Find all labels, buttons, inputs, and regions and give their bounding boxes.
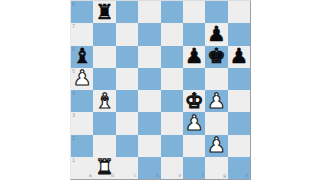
piece-black-bishop[interactable]: ♝: [73, 46, 92, 67]
square-a7[interactable]: 7: [71, 23, 93, 45]
piece-white-pawn[interactable]: ♟: [73, 68, 92, 89]
square-c6[interactable]: [116, 46, 138, 68]
file-label: h: [245, 173, 248, 178]
square-d2[interactable]: [138, 135, 160, 157]
square-b3[interactable]: [93, 112, 115, 134]
square-g1[interactable]: g: [205, 157, 227, 179]
square-a3[interactable]: 3: [71, 112, 93, 134]
square-e7[interactable]: [161, 23, 183, 45]
square-d5[interactable]: [138, 68, 160, 90]
square-f8[interactable]: [183, 1, 205, 23]
rank-label: 1: [72, 158, 75, 163]
file-label: a: [89, 173, 92, 178]
piece-black-pawn[interactable]: ♟: [185, 46, 204, 67]
square-h1[interactable]: h: [228, 157, 250, 179]
square-a6[interactable]: ♝6: [71, 46, 93, 68]
square-e6[interactable]: [161, 46, 183, 68]
piece-white-bishop[interactable]: ♝: [95, 90, 114, 111]
square-a5[interactable]: ♟5: [71, 68, 93, 90]
square-g7[interactable]: ♟: [205, 23, 227, 45]
square-g8[interactable]: [205, 1, 227, 23]
square-h2[interactable]: [228, 135, 250, 157]
square-b8[interactable]: ♜: [93, 1, 115, 23]
square-f7[interactable]: [183, 23, 205, 45]
piece-white-pawn[interactable]: ♟: [207, 135, 226, 156]
square-h4[interactable]: [228, 90, 250, 112]
square-f1[interactable]: f: [183, 157, 205, 179]
square-e8[interactable]: [161, 1, 183, 23]
square-d7[interactable]: [138, 23, 160, 45]
file-label: c: [134, 173, 137, 178]
piece-white-pawn[interactable]: ♟: [185, 112, 204, 133]
square-g2[interactable]: ♟: [205, 135, 227, 157]
square-c2[interactable]: [116, 135, 138, 157]
square-g4[interactable]: ♟: [205, 90, 227, 112]
square-a8[interactable]: 8: [71, 1, 93, 23]
rank-label: 4: [72, 91, 75, 96]
piece-black-pawn[interactable]: ♟: [229, 46, 248, 67]
square-a1[interactable]: 1a: [71, 157, 93, 179]
square-b4[interactable]: ♝: [93, 90, 115, 112]
square-e5[interactable]: [161, 68, 183, 90]
piece-white-rook[interactable]: ♜: [95, 157, 114, 178]
piece-black-rook[interactable]: ♜: [95, 1, 114, 22]
piece-white-king[interactable]: ♚: [185, 90, 204, 111]
rank-label: 2: [72, 136, 75, 141]
square-c5[interactable]: [116, 68, 138, 90]
rank-label: 7: [72, 24, 75, 29]
rank-label: 3: [72, 113, 75, 118]
screenshot-canvas: 8♜7♟♝6♟♚♟♟54♝♚♟3♟2♟1a♜bcdefgh: [0, 0, 320, 180]
file-label: d: [156, 173, 159, 178]
square-c4[interactable]: [116, 90, 138, 112]
square-g5[interactable]: [205, 68, 227, 90]
square-f5[interactable]: [183, 68, 205, 90]
square-g3[interactable]: [205, 112, 227, 134]
square-b5[interactable]: [93, 68, 115, 90]
square-h3[interactable]: [228, 112, 250, 134]
square-b7[interactable]: [93, 23, 115, 45]
rank-label: 8: [72, 2, 75, 7]
piece-black-pawn[interactable]: ♟: [207, 23, 226, 44]
piece-black-king[interactable]: ♚: [207, 46, 226, 67]
square-d6[interactable]: [138, 46, 160, 68]
square-a4[interactable]: 4: [71, 90, 93, 112]
square-c7[interactable]: [116, 23, 138, 45]
chess-board: 8♜7♟♝6♟♚♟♟54♝♚♟3♟2♟1a♜bcdefgh: [70, 0, 251, 180]
file-label: e: [178, 173, 181, 178]
square-b6[interactable]: [93, 46, 115, 68]
square-c3[interactable]: [116, 112, 138, 134]
square-c1[interactable]: c: [116, 157, 138, 179]
square-e2[interactable]: [161, 135, 183, 157]
square-d4[interactable]: [138, 90, 160, 112]
square-e1[interactable]: e: [161, 157, 183, 179]
file-label: f: [202, 173, 204, 178]
square-b2[interactable]: [93, 135, 115, 157]
square-h7[interactable]: [228, 23, 250, 45]
square-f4[interactable]: ♚: [183, 90, 205, 112]
square-h8[interactable]: [228, 1, 250, 23]
square-g6[interactable]: ♚: [205, 46, 227, 68]
square-d8[interactable]: [138, 1, 160, 23]
square-f2[interactable]: [183, 135, 205, 157]
square-d3[interactable]: [138, 112, 160, 134]
file-label: g: [223, 173, 226, 178]
square-e3[interactable]: [161, 112, 183, 134]
square-a2[interactable]: 2: [71, 135, 93, 157]
piece-white-pawn[interactable]: ♟: [207, 90, 226, 111]
square-c8[interactable]: [116, 1, 138, 23]
square-h5[interactable]: [228, 68, 250, 90]
square-b1[interactable]: ♜b: [93, 157, 115, 179]
square-f6[interactable]: ♟: [183, 46, 205, 68]
square-d1[interactable]: d: [138, 157, 160, 179]
square-e4[interactable]: [161, 90, 183, 112]
square-h6[interactable]: ♟: [228, 46, 250, 68]
square-f3[interactable]: ♟: [183, 112, 205, 134]
